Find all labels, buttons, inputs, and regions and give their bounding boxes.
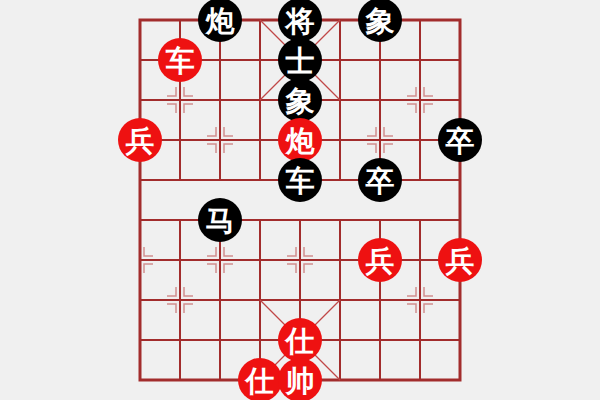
piece-glyph: 帅 bbox=[286, 367, 315, 396]
black-soldier[interactable]: 卒 bbox=[358, 158, 402, 202]
piece-glyph: 炮 bbox=[286, 127, 315, 156]
red-soldier[interactable]: 兵 bbox=[118, 118, 162, 162]
piece-glyph: 兵 bbox=[446, 247, 475, 276]
black-cannon[interactable]: 炮 bbox=[198, 0, 242, 42]
piece-glyph: 卒 bbox=[366, 167, 395, 196]
black-general[interactable]: 将 bbox=[278, 0, 322, 42]
piece-glyph: 象 bbox=[286, 87, 315, 116]
piece-glyph: 卒 bbox=[446, 127, 475, 156]
piece-glyph: 兵 bbox=[366, 247, 395, 276]
piece-glyph: 兵 bbox=[126, 127, 155, 156]
red-soldier[interactable]: 兵 bbox=[358, 238, 402, 282]
red-general[interactable]: 帅 bbox=[278, 358, 322, 400]
black-elephant[interactable]: 象 bbox=[278, 78, 322, 122]
xiangqi-board-area: 炮将象车士象兵炮卒车卒马兵兵仕仕帅 bbox=[0, 0, 600, 400]
black-horse[interactable]: 马 bbox=[198, 198, 242, 242]
piece-glyph: 马 bbox=[206, 207, 235, 236]
piece-glyph: 将 bbox=[286, 7, 315, 36]
red-soldier[interactable]: 兵 bbox=[438, 238, 482, 282]
black-soldier[interactable]: 卒 bbox=[438, 118, 482, 162]
black-elephant[interactable]: 象 bbox=[358, 0, 402, 42]
piece-layer: 炮将象车士象兵炮卒车卒马兵兵仕仕帅 bbox=[120, 0, 480, 400]
piece-glyph: 象 bbox=[366, 7, 395, 36]
piece-glyph: 仕 bbox=[286, 327, 315, 356]
piece-glyph: 车 bbox=[286, 167, 315, 196]
red-cannon[interactable]: 炮 bbox=[278, 118, 322, 162]
piece-glyph: 炮 bbox=[206, 7, 235, 36]
black-advisor[interactable]: 士 bbox=[278, 38, 322, 82]
red-chariot[interactable]: 车 bbox=[158, 38, 202, 82]
red-advisor[interactable]: 仕 bbox=[238, 358, 282, 400]
piece-glyph: 车 bbox=[166, 47, 195, 76]
piece-glyph: 士 bbox=[286, 47, 315, 76]
black-chariot[interactable]: 车 bbox=[278, 158, 322, 202]
red-advisor[interactable]: 仕 bbox=[278, 318, 322, 362]
piece-glyph: 仕 bbox=[246, 367, 275, 396]
